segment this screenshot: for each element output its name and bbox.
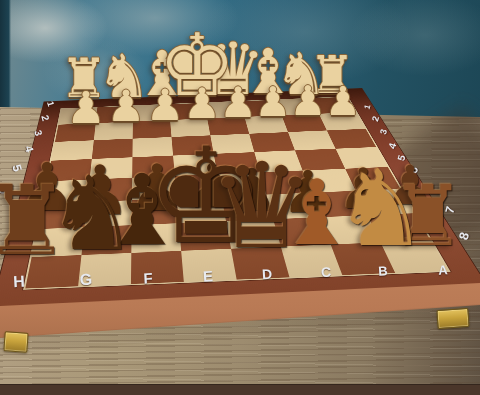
square-c3: [249, 132, 295, 152]
square-a1: [311, 97, 356, 114]
square-g7: [81, 225, 131, 255]
square-e4: [173, 154, 217, 176]
square-f2: [133, 120, 172, 139]
square-h8: [25, 255, 81, 288]
square-h4: [47, 159, 92, 181]
square-f5: [132, 176, 177, 200]
square-d2: [207, 117, 249, 135]
photo-chess-scene: HGFEDCBA12345612345678 ♜♝♞♛♝♚♞♜♟♟♟♟♟♟♟♟♟…: [0, 0, 480, 395]
square-d8: [231, 247, 289, 280]
square-e6: [177, 196, 226, 223]
square-f8: [131, 251, 184, 284]
square-h6: [37, 202, 87, 229]
square-g5: [87, 178, 132, 202]
square-d1: [204, 101, 244, 118]
square-a5: [345, 167, 400, 191]
square-e5: [175, 174, 222, 198]
square-f7: [131, 223, 181, 253]
square-h7: [32, 227, 85, 257]
square-e1: [169, 103, 208, 120]
square-f4: [132, 156, 175, 178]
brass-hinge-left-icon: [3, 331, 28, 353]
square-f1: [133, 104, 170, 121]
square-h1: [58, 107, 97, 124]
square-g4: [90, 157, 133, 179]
square-f6: [132, 198, 179, 225]
square-h3: [51, 140, 94, 160]
square-c1: [240, 100, 282, 117]
square-a2: [319, 112, 366, 130]
wall-left-shadow: [0, 0, 11, 115]
square-e3: [171, 135, 213, 155]
square-g3: [92, 139, 133, 159]
square-d6: [221, 195, 273, 222]
square-e2: [170, 118, 210, 137]
square-d5: [217, 172, 266, 196]
square-c2: [244, 115, 288, 133]
square-h2: [55, 123, 96, 142]
square-g1: [96, 106, 133, 123]
square-a6: [356, 189, 415, 215]
square-a3: [327, 129, 376, 149]
square-d7: [226, 219, 281, 249]
table-edge: [0, 384, 480, 395]
square-g6: [84, 200, 131, 227]
square-d3: [210, 134, 254, 154]
square-e7: [179, 221, 231, 251]
square-g8: [78, 253, 131, 286]
square-d4: [214, 152, 260, 174]
square-a4: [336, 147, 388, 169]
square-f3: [132, 137, 173, 157]
brass-hinge-right-icon: [436, 308, 469, 329]
square-h5: [42, 179, 89, 203]
square-g2: [94, 122, 133, 141]
square-e8: [181, 249, 236, 282]
board-grid: [25, 97, 448, 289]
